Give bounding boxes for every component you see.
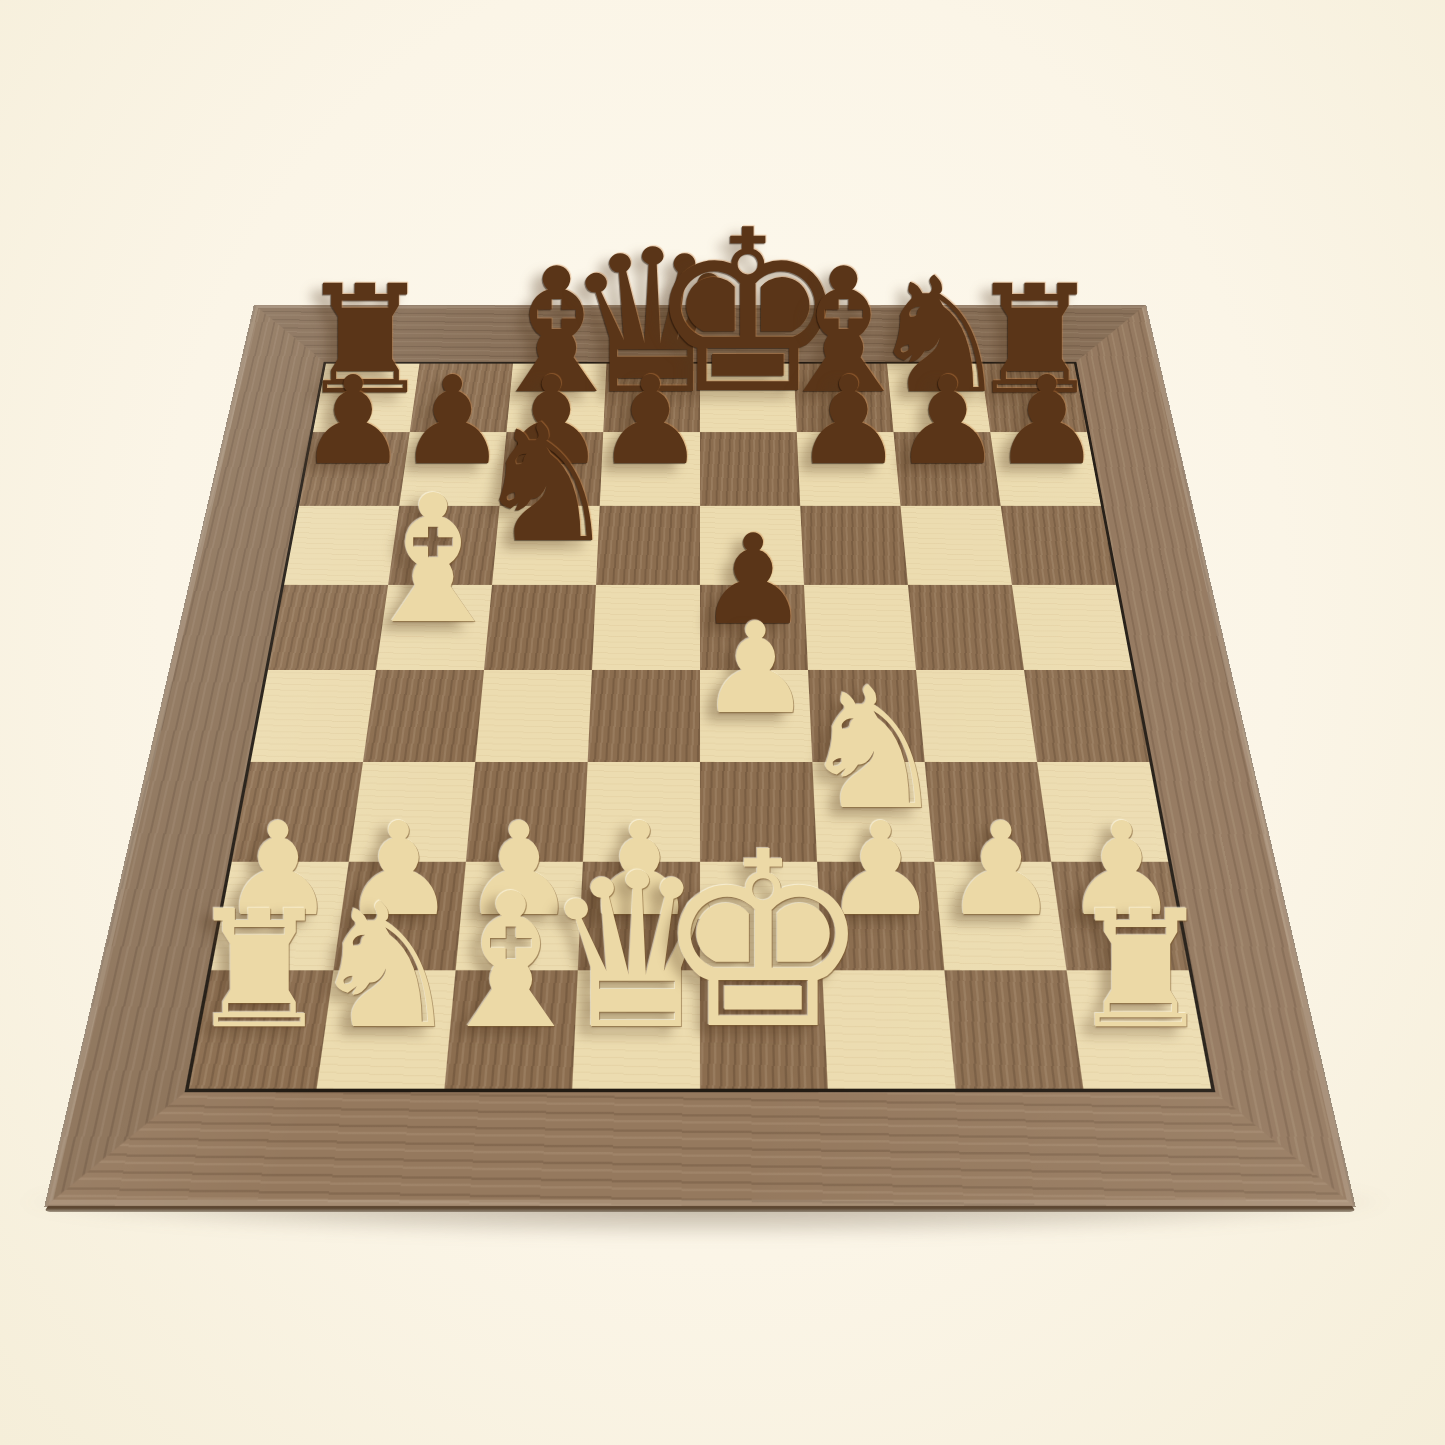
square-d5	[592, 585, 700, 670]
square-e1	[700, 970, 828, 1088]
square-e8	[700, 364, 797, 433]
square-d2	[578, 862, 700, 970]
square-e6	[700, 506, 804, 585]
square-b7	[399, 432, 506, 506]
square-c8	[506, 364, 606, 433]
square-f4	[808, 670, 925, 762]
square-h2	[1051, 862, 1189, 970]
square-h7	[990, 432, 1101, 506]
square-c1	[444, 970, 577, 1088]
square-h3	[1037, 762, 1168, 862]
square-e7	[700, 432, 800, 506]
square-f5	[804, 585, 916, 670]
board-playfield	[185, 362, 1216, 1092]
square-h4	[1024, 670, 1149, 762]
square-g6	[900, 506, 1011, 585]
square-c4	[475, 670, 592, 762]
square-f1	[822, 970, 955, 1088]
square-g1	[944, 970, 1083, 1088]
square-g2	[934, 862, 1066, 970]
square-a1	[189, 970, 334, 1088]
square-c3	[466, 762, 588, 862]
square-e3	[700, 762, 817, 862]
square-b4	[363, 670, 484, 762]
square-f6	[800, 506, 908, 585]
square-e2	[700, 862, 822, 970]
square-c7	[500, 432, 604, 506]
square-a2	[211, 862, 349, 970]
square-h6	[1001, 506, 1116, 585]
square-f8	[794, 364, 894, 433]
square-d7	[600, 432, 700, 506]
square-a5	[268, 585, 388, 670]
square-c5	[484, 585, 596, 670]
board-frame-top	[241, 305, 1158, 362]
square-b5	[376, 585, 492, 670]
square-d8	[603, 364, 700, 433]
square-f7	[797, 432, 901, 506]
square-g8	[887, 364, 990, 433]
square-b6	[388, 506, 499, 585]
square-a3	[232, 762, 363, 862]
square-a4	[251, 670, 376, 762]
square-g3	[925, 762, 1051, 862]
square-a8	[313, 364, 419, 433]
square-h5	[1012, 585, 1132, 670]
square-g5	[908, 585, 1024, 670]
square-a7	[299, 432, 410, 506]
square-f2	[817, 862, 944, 970]
square-b8	[410, 364, 513, 433]
square-e5	[700, 585, 808, 670]
square-e4	[700, 670, 812, 762]
square-d6	[596, 506, 700, 585]
square-c2	[456, 862, 583, 970]
chess-board	[46, 305, 1355, 1206]
square-b2	[333, 862, 465, 970]
square-d4	[588, 670, 700, 762]
square-b1	[317, 970, 456, 1088]
square-h1	[1067, 970, 1212, 1088]
square-d1	[572, 970, 700, 1088]
square-d3	[583, 762, 700, 862]
square-g4	[916, 670, 1037, 762]
square-c6	[492, 506, 600, 585]
square-h8	[981, 364, 1087, 433]
square-f3	[812, 762, 934, 862]
square-g7	[894, 432, 1001, 506]
board-frame-bottom	[46, 1092, 1355, 1206]
square-b3	[349, 762, 475, 862]
square-a6	[284, 506, 399, 585]
scene: ♜♝♛♚♝♞♜♟♟♟♟♟♟♟♞♟♝♟♞♟♟♟♟♟♟♟♜♞♝♛♚♜	[0, 0, 1445, 1445]
